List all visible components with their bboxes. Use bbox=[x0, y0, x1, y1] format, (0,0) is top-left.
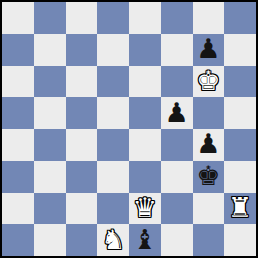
square-e8[interactable] bbox=[129, 2, 161, 34]
square-f1[interactable] bbox=[161, 224, 193, 256]
square-f2[interactable] bbox=[161, 193, 193, 225]
square-b6[interactable] bbox=[34, 66, 66, 98]
square-e6[interactable] bbox=[129, 66, 161, 98]
square-a4[interactable] bbox=[2, 129, 34, 161]
square-h4[interactable] bbox=[224, 129, 256, 161]
square-c4[interactable] bbox=[66, 129, 98, 161]
square-c6[interactable] bbox=[66, 66, 98, 98]
square-g3[interactable]: ♚ bbox=[193, 161, 225, 193]
square-f8[interactable] bbox=[161, 2, 193, 34]
square-e3[interactable] bbox=[129, 161, 161, 193]
black-pawn-piece: ♟ bbox=[165, 97, 189, 127]
square-g1[interactable] bbox=[193, 224, 225, 256]
square-a1[interactable] bbox=[2, 224, 34, 256]
square-e4[interactable] bbox=[129, 129, 161, 161]
black-pawn-piece: ♟ bbox=[196, 129, 220, 159]
square-f3[interactable] bbox=[161, 161, 193, 193]
square-h2[interactable]: ♜ bbox=[224, 193, 256, 225]
square-h8[interactable] bbox=[224, 2, 256, 34]
square-d8[interactable] bbox=[97, 2, 129, 34]
square-c1[interactable] bbox=[66, 224, 98, 256]
square-d7[interactable] bbox=[97, 34, 129, 66]
square-h1[interactable] bbox=[224, 224, 256, 256]
square-h3[interactable] bbox=[224, 161, 256, 193]
black-pawn-piece: ♟ bbox=[196, 34, 220, 64]
square-g4[interactable]: ♟ bbox=[193, 129, 225, 161]
square-d3[interactable] bbox=[97, 161, 129, 193]
square-d4[interactable] bbox=[97, 129, 129, 161]
square-h5[interactable] bbox=[224, 97, 256, 129]
square-a3[interactable] bbox=[2, 161, 34, 193]
square-e7[interactable] bbox=[129, 34, 161, 66]
square-d1[interactable]: ♞ bbox=[97, 224, 129, 256]
square-b1[interactable] bbox=[34, 224, 66, 256]
square-c2[interactable] bbox=[66, 193, 98, 225]
square-g2[interactable] bbox=[193, 193, 225, 225]
square-h7[interactable] bbox=[224, 34, 256, 66]
black-king-piece: ♚ bbox=[196, 161, 220, 191]
square-g6[interactable]: ♚ bbox=[193, 66, 225, 98]
white-queen-piece: ♛ bbox=[133, 193, 157, 223]
square-c8[interactable] bbox=[66, 2, 98, 34]
square-a6[interactable] bbox=[2, 66, 34, 98]
square-d6[interactable] bbox=[97, 66, 129, 98]
square-c5[interactable] bbox=[66, 97, 98, 129]
square-g7[interactable]: ♟ bbox=[193, 34, 225, 66]
square-b8[interactable] bbox=[34, 2, 66, 34]
square-c7[interactable] bbox=[66, 34, 98, 66]
square-b2[interactable] bbox=[34, 193, 66, 225]
chess-diagram: ♟♚♟♟♚♛♜♞♝ bbox=[0, 0, 258, 258]
square-c3[interactable] bbox=[66, 161, 98, 193]
square-e5[interactable] bbox=[129, 97, 161, 129]
square-f4[interactable] bbox=[161, 129, 193, 161]
square-b5[interactable] bbox=[34, 97, 66, 129]
square-g5[interactable] bbox=[193, 97, 225, 129]
square-h6[interactable] bbox=[224, 66, 256, 98]
square-e1[interactable]: ♝ bbox=[129, 224, 161, 256]
square-e2[interactable]: ♛ bbox=[129, 193, 161, 225]
square-f7[interactable] bbox=[161, 34, 193, 66]
white-king-piece: ♚ bbox=[196, 66, 220, 96]
square-a5[interactable] bbox=[2, 97, 34, 129]
square-g8[interactable] bbox=[193, 2, 225, 34]
white-knight-piece: ♞ bbox=[101, 224, 125, 254]
square-b4[interactable] bbox=[34, 129, 66, 161]
square-f5[interactable]: ♟ bbox=[161, 97, 193, 129]
square-f6[interactable] bbox=[161, 66, 193, 98]
white-rook-piece: ♜ bbox=[228, 193, 252, 223]
chess-board: ♟♚♟♟♚♛♜♞♝ bbox=[0, 0, 258, 258]
square-d2[interactable] bbox=[97, 193, 129, 225]
square-a7[interactable] bbox=[2, 34, 34, 66]
square-d5[interactable] bbox=[97, 97, 129, 129]
black-bishop-piece: ♝ bbox=[133, 224, 157, 254]
square-a8[interactable] bbox=[2, 2, 34, 34]
square-a2[interactable] bbox=[2, 193, 34, 225]
square-b7[interactable] bbox=[34, 34, 66, 66]
square-b3[interactable] bbox=[34, 161, 66, 193]
